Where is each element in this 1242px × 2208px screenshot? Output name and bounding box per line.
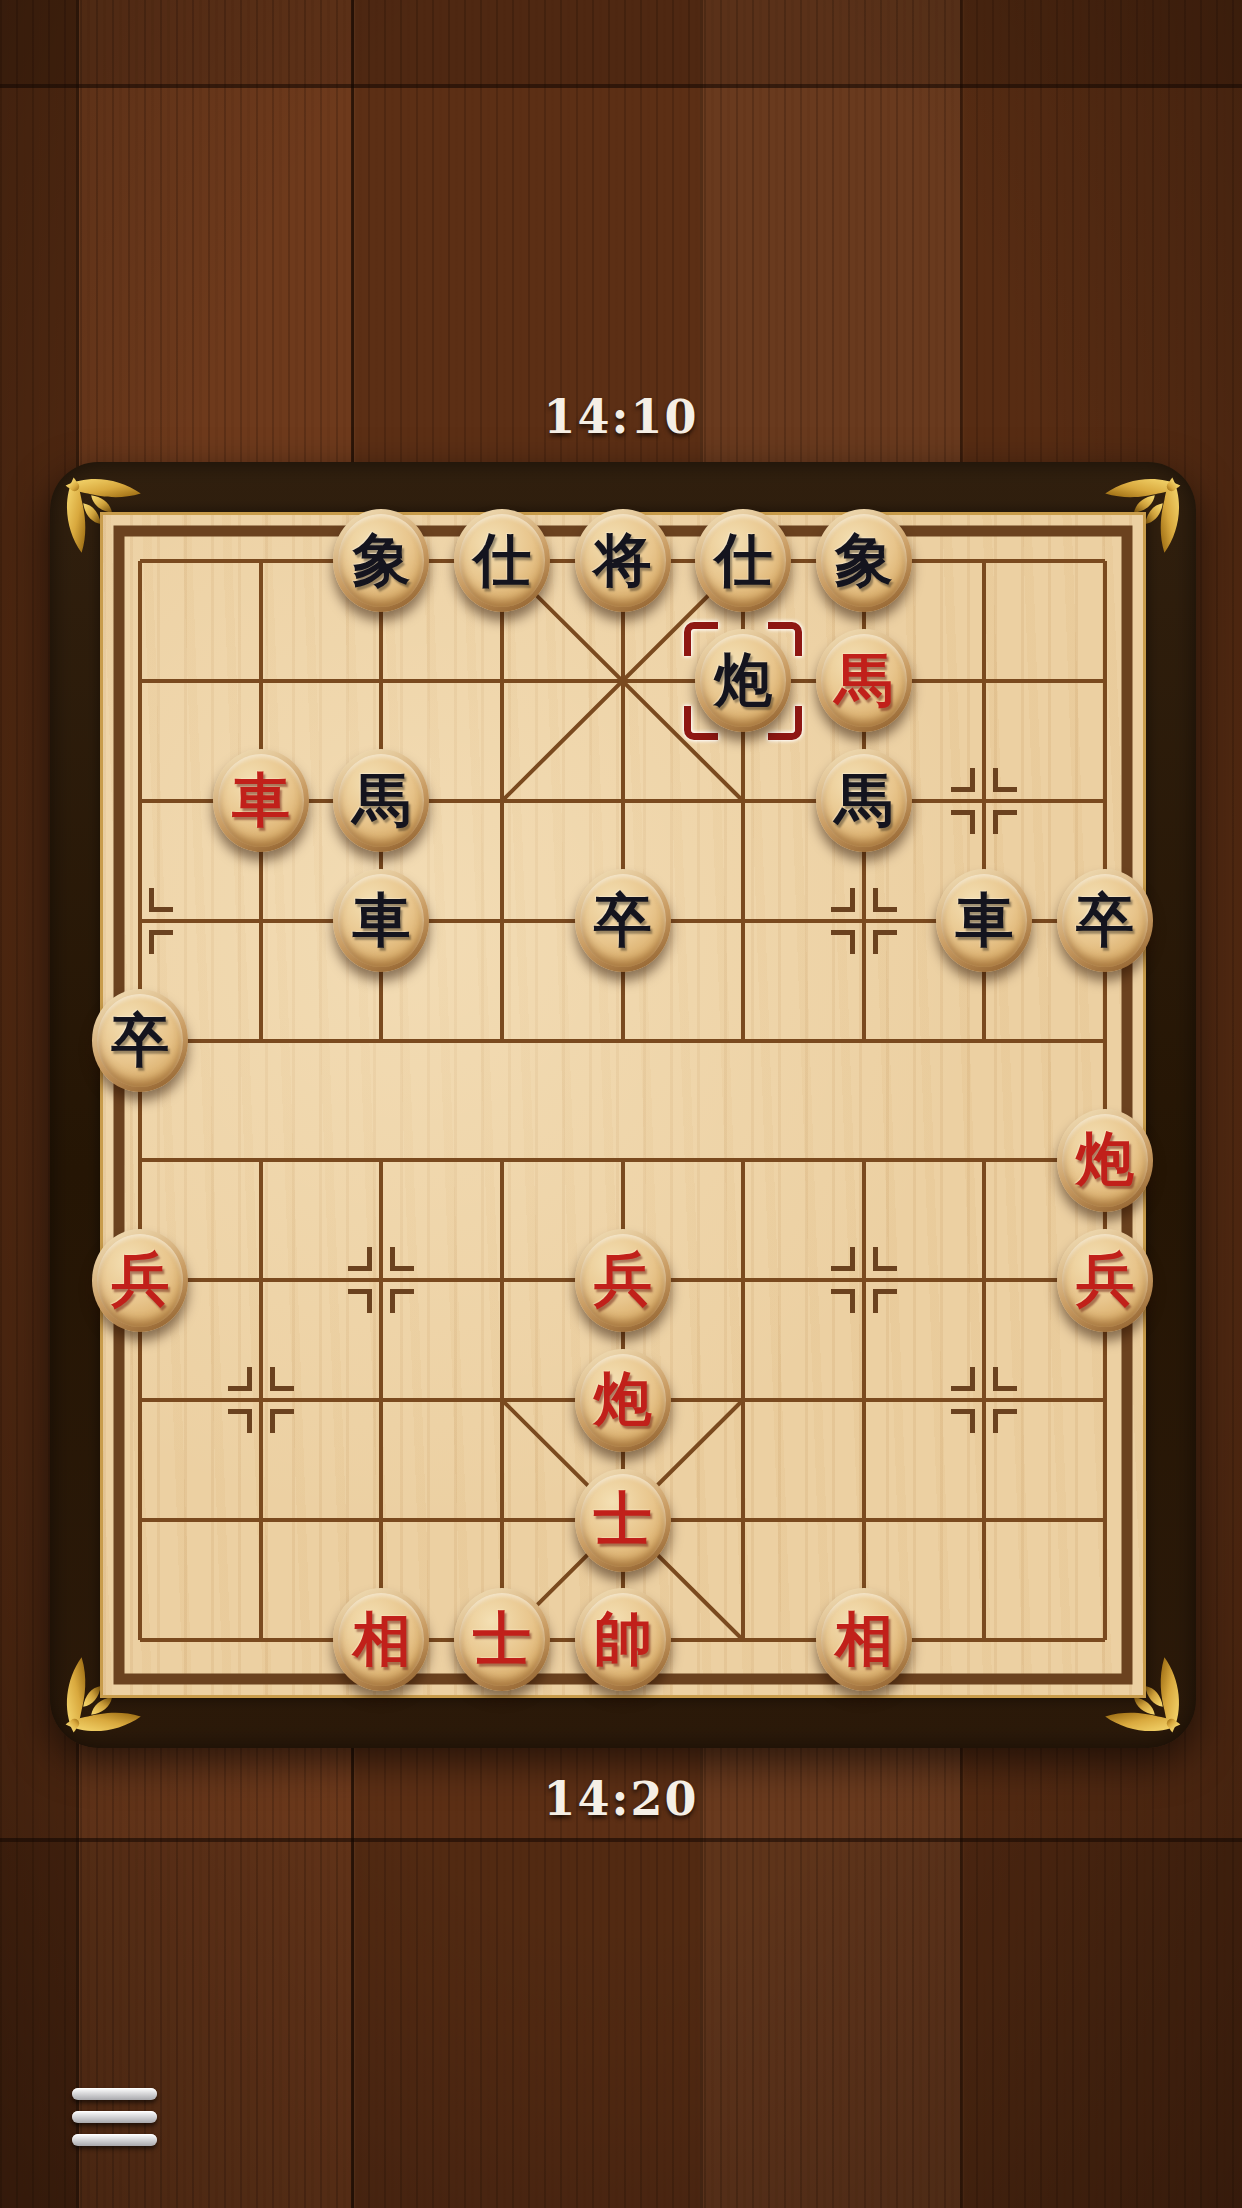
point-0-6: 兵 <box>80 1220 201 1340</box>
point-4-0: 将 <box>562 501 683 621</box>
point-6-1: 馬 <box>804 621 925 741</box>
point-5-0: 仕 <box>683 501 804 621</box>
piece-glyph: 車 <box>333 869 429 972</box>
point-6-6 <box>804 1220 925 1340</box>
point-0-3 <box>80 861 201 981</box>
red-piece-炮[interactable]: 炮 <box>1057 1109 1153 1212</box>
point-4-7: 炮 <box>562 1340 683 1460</box>
red-timer: 14:20 <box>0 1772 1242 1826</box>
red-piece-兵[interactable]: 兵 <box>575 1229 671 1332</box>
piece-glyph: 馬 <box>816 629 912 732</box>
hamburger-menu-button[interactable] <box>72 2088 157 2157</box>
point-0-4: 卒 <box>80 981 201 1101</box>
red-piece-士[interactable]: 士 <box>454 1588 550 1691</box>
plank-seam <box>0 1838 1242 1842</box>
piece-glyph: 相 <box>333 1588 429 1691</box>
point-mark <box>831 888 897 954</box>
piece-glyph: 車 <box>213 749 309 852</box>
point-6-0: 象 <box>804 501 925 621</box>
black-piece-炮[interactable]: 炮 <box>695 629 791 732</box>
piece-glyph: 兵 <box>575 1229 671 1332</box>
plank-seam <box>0 84 1242 88</box>
point-mark <box>228 1367 294 1433</box>
point-mark <box>107 888 173 954</box>
piece-glyph: 帥 <box>575 1588 671 1691</box>
piece-glyph: 卒 <box>92 989 188 1092</box>
point-3-0: 仕 <box>442 501 563 621</box>
piece-glyph: 士 <box>454 1588 550 1691</box>
point-mark <box>831 1247 897 1313</box>
black-piece-卒[interactable]: 卒 <box>92 989 188 1092</box>
point-2-0: 象 <box>321 501 442 621</box>
point-2-9: 相 <box>321 1580 442 1700</box>
piece-glyph: 卒 <box>575 869 671 972</box>
red-piece-兵[interactable]: 兵 <box>92 1229 188 1332</box>
black-piece-卒[interactable]: 卒 <box>1057 869 1153 972</box>
point-mark <box>951 1367 1017 1433</box>
red-piece-士[interactable]: 士 <box>575 1469 671 1572</box>
black-piece-卒[interactable]: 卒 <box>575 869 671 972</box>
black-piece-車[interactable]: 車 <box>333 869 429 972</box>
black-piece-車[interactable]: 車 <box>936 869 1032 972</box>
board-intersections: 象仕将仕象炮馬車馬馬車卒車卒卒炮兵兵兵炮士相士帥相 <box>80 501 1165 1700</box>
black-piece-象[interactable]: 象 <box>333 509 429 612</box>
point-4-3: 卒 <box>562 861 683 981</box>
point-4-9: 帥 <box>562 1580 683 1700</box>
piece-glyph: 炮 <box>1057 1109 1153 1212</box>
point-4-6: 兵 <box>562 1220 683 1340</box>
red-piece-相[interactable]: 相 <box>333 1588 429 1691</box>
black-piece-象[interactable]: 象 <box>816 509 912 612</box>
point-7-2 <box>924 741 1045 861</box>
piece-glyph: 炮 <box>575 1349 671 1452</box>
piece-glyph: 馬 <box>816 749 912 852</box>
piece-glyph: 将 <box>575 509 671 612</box>
point-4-8: 士 <box>562 1460 683 1580</box>
point-2-2: 馬 <box>321 741 442 861</box>
point-7-7 <box>924 1340 1045 1460</box>
piece-glyph: 卒 <box>1057 869 1153 972</box>
piece-glyph: 兵 <box>1057 1229 1153 1332</box>
piece-glyph: 相 <box>816 1588 912 1691</box>
piece-glyph: 仕 <box>695 509 791 612</box>
piece-glyph: 象 <box>333 509 429 612</box>
red-piece-馬[interactable]: 馬 <box>816 629 912 732</box>
red-piece-車[interactable]: 車 <box>213 749 309 852</box>
point-6-3 <box>804 861 925 981</box>
red-piece-炮[interactable]: 炮 <box>575 1349 671 1452</box>
red-piece-兵[interactable]: 兵 <box>1057 1229 1153 1332</box>
menu-bar-icon <box>72 2088 157 2100</box>
piece-glyph: 仕 <box>454 509 550 612</box>
point-8-5: 炮 <box>1045 1100 1166 1220</box>
menu-bar-icon <box>72 2111 157 2123</box>
black-piece-仕[interactable]: 仕 <box>695 509 791 612</box>
menu-bar-icon <box>72 2134 157 2146</box>
piece-glyph: 炮 <box>695 629 791 732</box>
point-5-1: 炮 <box>683 621 804 741</box>
black-piece-馬[interactable]: 馬 <box>816 749 912 852</box>
black-timer: 14:10 <box>0 390 1242 444</box>
piece-glyph: 馬 <box>333 749 429 852</box>
wood-plank-bottom-strip <box>0 1842 1242 2208</box>
point-1-7 <box>201 1340 322 1460</box>
red-piece-帥[interactable]: 帥 <box>575 1588 671 1691</box>
piece-glyph: 士 <box>575 1469 671 1572</box>
point-8-6: 兵 <box>1045 1220 1166 1340</box>
black-piece-将[interactable]: 将 <box>575 509 671 612</box>
red-piece-相[interactable]: 相 <box>816 1588 912 1691</box>
wood-plank-top-strip <box>0 0 1242 84</box>
black-piece-仕[interactable]: 仕 <box>454 509 550 612</box>
point-6-9: 相 <box>804 1580 925 1700</box>
point-8-3: 卒 <box>1045 861 1166 981</box>
piece-glyph: 車 <box>936 869 1032 972</box>
point-6-2: 馬 <box>804 741 925 861</box>
point-mark <box>951 768 1017 834</box>
piece-glyph: 象 <box>816 509 912 612</box>
point-1-2: 車 <box>201 741 322 861</box>
point-mark <box>348 1247 414 1313</box>
point-2-3: 車 <box>321 861 442 981</box>
black-piece-馬[interactable]: 馬 <box>333 749 429 852</box>
point-2-6 <box>321 1220 442 1340</box>
piece-glyph: 兵 <box>92 1229 188 1332</box>
point-3-9: 士 <box>442 1580 563 1700</box>
point-7-3: 車 <box>924 861 1045 981</box>
